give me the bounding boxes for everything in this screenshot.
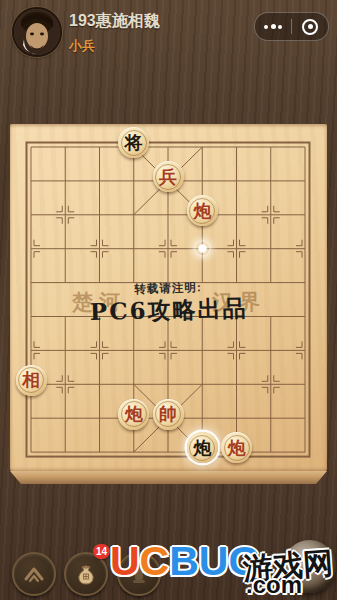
red-cannon[interactable]: 炮	[187, 195, 218, 226]
level-title: 193惠施相魏	[69, 11, 160, 32]
rank-label: 小兵	[69, 37, 160, 55]
piece-glyph: 将	[125, 134, 143, 152]
piece-glyph: 兵	[159, 168, 177, 186]
peek-sphere[interactable]	[283, 540, 336, 593]
black-general[interactable]: 将	[118, 127, 149, 158]
extra-tool-button[interactable]	[117, 552, 161, 596]
piece-glyph: 炮	[228, 439, 246, 457]
piece-glyph: 相	[22, 371, 40, 389]
app-screen: 193惠施相魏 小兵 楚河 汉界 将兵炮相炮帥炮炮 转载请注明: PC6攻略出品	[0, 0, 337, 600]
more-button[interactable]	[255, 13, 291, 40]
red-cannon[interactable]: 炮	[221, 432, 252, 463]
piece-glyph: 炮	[193, 439, 211, 457]
header-bar: 193惠施相魏 小兵	[0, 0, 337, 62]
piece-glyph: 炮	[125, 405, 143, 423]
more-dots-icon	[264, 24, 282, 29]
hint-count-badge: 14	[93, 544, 110, 559]
move-marker	[196, 242, 209, 255]
board-bevel-edge	[10, 471, 327, 484]
avatar-portrait	[14, 9, 60, 55]
red-elephant[interactable]: 相	[16, 365, 47, 396]
board-grid[interactable]: 将兵炮相炮帥炮炮	[14, 130, 322, 469]
piece-glyph: 炮	[193, 202, 211, 220]
faint-tool-icon	[127, 562, 151, 586]
red-general[interactable]: 帥	[153, 399, 184, 430]
piece-glyph: 帥	[159, 405, 177, 423]
red-cannon[interactable]: 炮	[118, 399, 149, 430]
black-cannon[interactable]: 炮	[187, 432, 218, 463]
close-button[interactable]	[292, 13, 328, 40]
red-soldier[interactable]: 兵	[153, 161, 184, 192]
money-bag-icon	[72, 560, 100, 588]
avatar	[12, 7, 62, 57]
wechat-capsule	[254, 12, 329, 41]
chevron-up-icon	[21, 561, 47, 587]
expand-button[interactable]	[12, 552, 56, 596]
close-circle-icon	[302, 19, 318, 35]
